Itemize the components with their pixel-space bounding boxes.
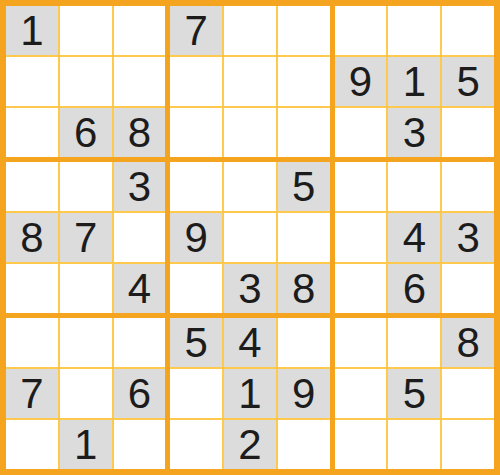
cell-r1c1: 1 <box>6 6 58 55</box>
cell-r9c2: 1 <box>60 420 112 469</box>
cell-r2c6[interactable] <box>278 57 330 106</box>
cell-r6c6: 8 <box>278 264 330 313</box>
cell-r9c6[interactable] <box>278 420 330 469</box>
cell-r8c3: 6 <box>114 369 166 418</box>
cell-r7c6[interactable] <box>278 318 330 367</box>
cell-r6c9[interactable] <box>442 264 494 313</box>
cell-r9c9[interactable] <box>442 420 494 469</box>
cell-r6c5: 3 <box>224 264 276 313</box>
cell-r6c4[interactable] <box>170 264 222 313</box>
cell-r7c5: 4 <box>224 318 276 367</box>
cell-r6c8: 6 <box>388 264 440 313</box>
cell-r5c1: 8 <box>6 213 58 262</box>
cell-r3c1[interactable] <box>6 108 58 157</box>
cell-r6c1[interactable] <box>6 264 58 313</box>
cell-r7c4: 5 <box>170 318 222 367</box>
cell-r5c6[interactable] <box>278 213 330 262</box>
cell-r2c9: 5 <box>442 57 494 106</box>
cell-r2c3[interactable] <box>114 57 166 106</box>
cell-r3c7[interactable] <box>335 108 387 157</box>
cell-r3c5[interactable] <box>224 108 276 157</box>
box-5: 5938 <box>170 162 329 313</box>
cell-r5c7[interactable] <box>335 213 387 262</box>
cell-r1c7[interactable] <box>335 6 387 55</box>
cell-r7c1[interactable] <box>6 318 58 367</box>
cell-r1c2[interactable] <box>60 6 112 55</box>
cell-r8c6: 9 <box>278 369 330 418</box>
cell-r4c6: 5 <box>278 162 330 211</box>
cell-r5c8: 4 <box>388 213 440 262</box>
cell-r4c7[interactable] <box>335 162 387 211</box>
sudoku-board: 16879153387459384367615419285 <box>0 0 500 475</box>
cell-r2c2[interactable] <box>60 57 112 106</box>
cell-r2c8: 1 <box>388 57 440 106</box>
box-7: 761 <box>6 318 165 469</box>
cell-r9c1[interactable] <box>6 420 58 469</box>
cell-r8c7[interactable] <box>335 369 387 418</box>
cell-r3c8: 3 <box>388 108 440 157</box>
cell-r4c5[interactable] <box>224 162 276 211</box>
box-4: 3874 <box>6 162 165 313</box>
cell-r1c5[interactable] <box>224 6 276 55</box>
cell-r2c4[interactable] <box>170 57 222 106</box>
cell-r5c4: 9 <box>170 213 222 262</box>
cell-r3c2: 6 <box>60 108 112 157</box>
cell-r1c4: 7 <box>170 6 222 55</box>
cell-r7c9: 8 <box>442 318 494 367</box>
cell-r4c9[interactable] <box>442 162 494 211</box>
cell-r9c7[interactable] <box>335 420 387 469</box>
cell-r2c5[interactable] <box>224 57 276 106</box>
box-1: 168 <box>6 6 165 157</box>
cell-r4c1[interactable] <box>6 162 58 211</box>
cell-r1c3[interactable] <box>114 6 166 55</box>
cell-r8c2[interactable] <box>60 369 112 418</box>
cell-r8c4[interactable] <box>170 369 222 418</box>
cell-r5c9: 3 <box>442 213 494 262</box>
cell-r9c8[interactable] <box>388 420 440 469</box>
cell-r7c7[interactable] <box>335 318 387 367</box>
cell-r1c6[interactable] <box>278 6 330 55</box>
cell-r8c8: 5 <box>388 369 440 418</box>
cell-r4c3: 3 <box>114 162 166 211</box>
cell-r3c4[interactable] <box>170 108 222 157</box>
box-3: 9153 <box>335 6 494 157</box>
cell-r3c6[interactable] <box>278 108 330 157</box>
cell-r6c7[interactable] <box>335 264 387 313</box>
cell-r9c3[interactable] <box>114 420 166 469</box>
box-9: 85 <box>335 318 494 469</box>
cell-r7c8[interactable] <box>388 318 440 367</box>
cell-r2c7: 9 <box>335 57 387 106</box>
cell-r9c4[interactable] <box>170 420 222 469</box>
cell-r5c3[interactable] <box>114 213 166 262</box>
cell-r4c8[interactable] <box>388 162 440 211</box>
cell-r1c9[interactable] <box>442 6 494 55</box>
box-6: 436 <box>335 162 494 313</box>
cell-r2c1[interactable] <box>6 57 58 106</box>
box-2: 7 <box>170 6 329 157</box>
cell-r4c4[interactable] <box>170 162 222 211</box>
cell-r8c9[interactable] <box>442 369 494 418</box>
cell-r9c5: 2 <box>224 420 276 469</box>
cell-r6c2[interactable] <box>60 264 112 313</box>
cell-r8c5: 1 <box>224 369 276 418</box>
cell-r3c3: 8 <box>114 108 166 157</box>
cell-r1c8[interactable] <box>388 6 440 55</box>
cell-r4c2[interactable] <box>60 162 112 211</box>
cell-r8c1: 7 <box>6 369 58 418</box>
cell-r7c2[interactable] <box>60 318 112 367</box>
cell-r7c3[interactable] <box>114 318 166 367</box>
cell-r3c9[interactable] <box>442 108 494 157</box>
box-8: 54192 <box>170 318 329 469</box>
cell-r6c3: 4 <box>114 264 166 313</box>
cell-r5c5[interactable] <box>224 213 276 262</box>
cell-r5c2: 7 <box>60 213 112 262</box>
